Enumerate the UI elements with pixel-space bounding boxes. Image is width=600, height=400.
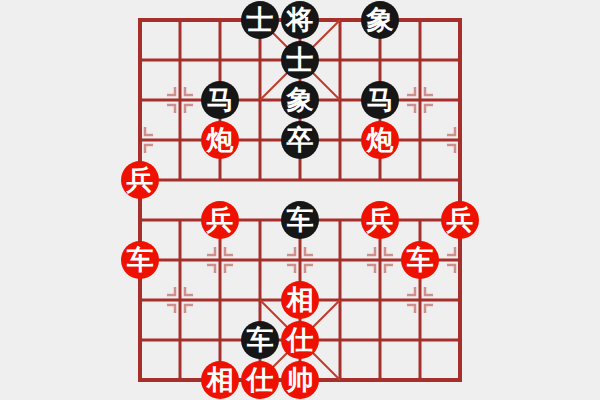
black-chariot[interactable]: 车 xyxy=(281,201,319,239)
red-chariot[interactable]: 车 xyxy=(401,241,439,279)
red-cannon[interactable]: 炮 xyxy=(361,121,399,159)
black-elephant[interactable]: 象 xyxy=(281,81,319,119)
black-advisor[interactable]: 士 xyxy=(281,41,319,79)
black-soldier[interactable]: 卒 xyxy=(281,121,319,159)
red-advisor[interactable]: 仕 xyxy=(241,361,279,399)
black-chariot[interactable]: 车 xyxy=(241,321,279,359)
black-horse[interactable]: 马 xyxy=(201,81,239,119)
red-soldier[interactable]: 兵 xyxy=(361,201,399,239)
black-advisor[interactable]: 士 xyxy=(241,1,279,39)
pieces-layer: 士将象士马象马炮卒炮兵兵车兵兵车车相车仕相仕帅 xyxy=(120,0,480,400)
xiangqi-app-canvas: 士将象士马象马炮卒炮兵兵车兵兵车车相车仕相仕帅 xyxy=(0,0,600,400)
black-horse[interactable]: 马 xyxy=(361,81,399,119)
red-elephant[interactable]: 相 xyxy=(281,281,319,319)
red-elephant[interactable]: 相 xyxy=(201,361,239,399)
red-soldier[interactable]: 兵 xyxy=(201,201,239,239)
xiangqi-board[interactable]: 士将象士马象马炮卒炮兵兵车兵兵车车相车仕相仕帅 xyxy=(0,0,600,400)
red-advisor[interactable]: 仕 xyxy=(281,321,319,359)
red-soldier[interactable]: 兵 xyxy=(121,161,159,199)
black-elephant[interactable]: 象 xyxy=(361,1,399,39)
black-general[interactable]: 将 xyxy=(281,1,319,39)
red-general[interactable]: 帅 xyxy=(281,361,319,399)
red-cannon[interactable]: 炮 xyxy=(201,121,239,159)
red-chariot[interactable]: 车 xyxy=(121,241,159,279)
red-soldier[interactable]: 兵 xyxy=(441,201,479,239)
